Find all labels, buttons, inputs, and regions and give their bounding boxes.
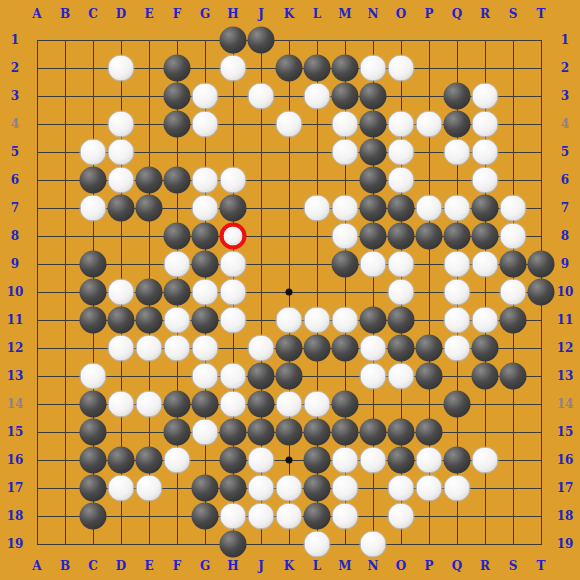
top-column-label: E bbox=[144, 8, 153, 20]
white-stone bbox=[416, 475, 443, 502]
white-stone bbox=[444, 251, 471, 278]
white-stone bbox=[220, 363, 247, 390]
white-stone bbox=[388, 475, 415, 502]
white-stone bbox=[332, 139, 359, 166]
white-stone bbox=[444, 335, 471, 362]
white-stone bbox=[332, 223, 359, 250]
white-stone bbox=[388, 363, 415, 390]
black-stone bbox=[248, 363, 275, 390]
bottom-column-label: G bbox=[200, 560, 210, 572]
black-stone bbox=[220, 419, 247, 446]
white-stone bbox=[388, 111, 415, 138]
white-stone bbox=[332, 195, 359, 222]
black-stone bbox=[108, 447, 135, 474]
top-column-label: Q bbox=[452, 8, 462, 20]
black-stone bbox=[192, 391, 219, 418]
top-column-label: R bbox=[480, 8, 490, 20]
black-stone bbox=[248, 391, 275, 418]
white-stone bbox=[304, 391, 331, 418]
white-stone bbox=[360, 363, 387, 390]
black-stone bbox=[388, 419, 415, 446]
white-stone bbox=[276, 391, 303, 418]
white-stone bbox=[416, 447, 443, 474]
right-row-label: 3 bbox=[561, 90, 569, 102]
bottom-column-label: P bbox=[424, 560, 433, 572]
white-stone bbox=[472, 167, 499, 194]
black-stone bbox=[472, 335, 499, 362]
white-stone bbox=[472, 83, 499, 110]
left-row-label: 17 bbox=[7, 482, 24, 494]
white-stone bbox=[472, 307, 499, 334]
white-stone bbox=[192, 419, 219, 446]
top-column-label: C bbox=[88, 8, 98, 20]
white-stone bbox=[80, 139, 107, 166]
white-stone bbox=[304, 83, 331, 110]
white-stone bbox=[388, 55, 415, 82]
black-stone bbox=[388, 335, 415, 362]
top-column-label: K bbox=[284, 8, 294, 20]
top-column-label: F bbox=[173, 8, 182, 20]
white-stone bbox=[360, 55, 387, 82]
left-row-label: 14 bbox=[7, 398, 24, 410]
star-point bbox=[286, 289, 293, 296]
top-column-label: H bbox=[227, 8, 238, 20]
left-row-label: 9 bbox=[11, 258, 19, 270]
white-stone bbox=[108, 475, 135, 502]
black-stone bbox=[416, 335, 443, 362]
black-stone bbox=[304, 335, 331, 362]
white-stone bbox=[80, 195, 107, 222]
top-column-label: T bbox=[537, 8, 546, 20]
black-stone bbox=[444, 111, 471, 138]
white-stone bbox=[192, 111, 219, 138]
black-stone bbox=[220, 475, 247, 502]
white-stone bbox=[248, 83, 275, 110]
black-stone bbox=[444, 83, 471, 110]
black-stone bbox=[500, 363, 527, 390]
black-stone bbox=[164, 391, 191, 418]
black-stone bbox=[136, 167, 163, 194]
bottom-column-label: Q bbox=[452, 560, 462, 572]
black-stone bbox=[80, 251, 107, 278]
left-row-label: 4 bbox=[11, 118, 19, 130]
white-stone bbox=[332, 307, 359, 334]
top-column-label: L bbox=[313, 8, 321, 20]
black-stone bbox=[360, 419, 387, 446]
white-stone bbox=[248, 447, 275, 474]
black-stone bbox=[192, 503, 219, 530]
left-row-label: 8 bbox=[11, 230, 19, 242]
white-stone bbox=[192, 83, 219, 110]
white-stone bbox=[108, 391, 135, 418]
white-stone bbox=[192, 195, 219, 222]
top-column-label: O bbox=[396, 8, 406, 20]
black-stone bbox=[192, 307, 219, 334]
right-row-label: 10 bbox=[557, 286, 574, 298]
white-stone bbox=[108, 279, 135, 306]
white-stone bbox=[164, 251, 191, 278]
white-stone bbox=[304, 195, 331, 222]
black-stone bbox=[472, 195, 499, 222]
black-stone bbox=[472, 363, 499, 390]
white-stone bbox=[332, 475, 359, 502]
right-row-label: 4 bbox=[561, 118, 569, 130]
white-stone bbox=[220, 167, 247, 194]
black-stone bbox=[80, 391, 107, 418]
black-stone bbox=[164, 167, 191, 194]
white-stone bbox=[192, 363, 219, 390]
black-stone bbox=[388, 195, 415, 222]
black-stone bbox=[192, 251, 219, 278]
bottom-column-label: K bbox=[284, 560, 294, 572]
left-row-label: 10 bbox=[7, 286, 24, 298]
top-column-label: B bbox=[60, 8, 70, 20]
black-stone bbox=[136, 307, 163, 334]
right-row-label: 6 bbox=[561, 174, 569, 186]
black-stone bbox=[528, 251, 555, 278]
bottom-column-label: B bbox=[60, 560, 70, 572]
white-stone bbox=[444, 307, 471, 334]
white-stone bbox=[472, 111, 499, 138]
black-stone bbox=[304, 475, 331, 502]
white-stone bbox=[444, 139, 471, 166]
top-column-label: M bbox=[338, 8, 351, 20]
black-stone bbox=[332, 335, 359, 362]
white-stone bbox=[304, 531, 331, 558]
white-stone bbox=[164, 447, 191, 474]
white-stone bbox=[332, 111, 359, 138]
left-row-label: 15 bbox=[7, 426, 24, 438]
black-stone bbox=[80, 167, 107, 194]
right-row-label: 9 bbox=[561, 258, 569, 270]
black-stone bbox=[360, 111, 387, 138]
white-stone bbox=[248, 475, 275, 502]
black-stone bbox=[220, 27, 247, 54]
black-stone bbox=[80, 419, 107, 446]
white-stone bbox=[192, 335, 219, 362]
black-stone bbox=[136, 447, 163, 474]
white-stone bbox=[192, 167, 219, 194]
white-stone bbox=[164, 307, 191, 334]
left-row-label: 11 bbox=[7, 314, 24, 326]
white-stone bbox=[248, 503, 275, 530]
right-row-label: 13 bbox=[557, 370, 574, 382]
black-stone bbox=[444, 391, 471, 418]
white-stone bbox=[332, 447, 359, 474]
last-move-marker bbox=[220, 223, 247, 250]
left-row-label: 5 bbox=[11, 146, 19, 158]
white-stone bbox=[220, 55, 247, 82]
white-stone bbox=[388, 251, 415, 278]
black-stone bbox=[276, 419, 303, 446]
black-stone bbox=[80, 307, 107, 334]
left-row-label: 3 bbox=[11, 90, 19, 102]
black-stone bbox=[80, 475, 107, 502]
right-row-label: 14 bbox=[557, 398, 574, 410]
black-stone bbox=[360, 83, 387, 110]
black-stone bbox=[388, 223, 415, 250]
black-stone bbox=[360, 139, 387, 166]
right-row-label: 16 bbox=[557, 454, 574, 466]
white-stone bbox=[416, 195, 443, 222]
white-stone bbox=[472, 447, 499, 474]
top-column-label: G bbox=[200, 8, 210, 20]
white-stone bbox=[220, 279, 247, 306]
white-stone bbox=[220, 503, 247, 530]
black-stone bbox=[164, 223, 191, 250]
black-stone bbox=[304, 55, 331, 82]
top-column-label: J bbox=[258, 8, 264, 20]
white-stone bbox=[136, 335, 163, 362]
white-stone bbox=[220, 391, 247, 418]
white-stone bbox=[444, 195, 471, 222]
black-stone bbox=[108, 307, 135, 334]
black-stone bbox=[332, 419, 359, 446]
bottom-column-label: T bbox=[537, 560, 546, 572]
right-row-label: 2 bbox=[561, 62, 569, 74]
white-stone bbox=[304, 307, 331, 334]
left-row-label: 18 bbox=[7, 510, 24, 522]
bottom-column-label: J bbox=[258, 560, 264, 572]
bottom-column-label: M bbox=[338, 560, 351, 572]
black-stone bbox=[360, 223, 387, 250]
left-row-label: 19 bbox=[7, 538, 24, 550]
bottom-column-label: C bbox=[88, 560, 98, 572]
left-row-label: 13 bbox=[7, 370, 24, 382]
white-stone bbox=[276, 503, 303, 530]
right-row-label: 7 bbox=[561, 202, 569, 214]
right-row-label: 15 bbox=[557, 426, 574, 438]
white-stone bbox=[136, 391, 163, 418]
black-stone bbox=[528, 279, 555, 306]
black-stone bbox=[416, 419, 443, 446]
white-stone bbox=[388, 167, 415, 194]
right-row-label: 1 bbox=[561, 34, 569, 46]
go-board[interactable]: AABBCCDDEEFFGGHHJJKKLLMMNNOOPPQQRRSSTT11… bbox=[0, 0, 580, 580]
black-stone bbox=[276, 55, 303, 82]
bottom-column-label: R bbox=[480, 560, 490, 572]
white-stone bbox=[276, 475, 303, 502]
star-point bbox=[286, 457, 293, 464]
white-stone bbox=[472, 139, 499, 166]
black-stone bbox=[304, 447, 331, 474]
black-stone bbox=[276, 335, 303, 362]
bottom-column-label: H bbox=[227, 560, 238, 572]
white-stone bbox=[220, 251, 247, 278]
white-stone bbox=[360, 251, 387, 278]
white-stone bbox=[472, 251, 499, 278]
black-stone bbox=[500, 251, 527, 278]
top-column-label: A bbox=[32, 8, 41, 20]
black-stone bbox=[220, 195, 247, 222]
black-stone bbox=[164, 55, 191, 82]
bottom-column-label: A bbox=[32, 560, 41, 572]
white-stone bbox=[332, 503, 359, 530]
black-stone bbox=[500, 307, 527, 334]
black-stone bbox=[164, 419, 191, 446]
right-row-label: 11 bbox=[557, 314, 574, 326]
bottom-column-label: N bbox=[368, 560, 379, 572]
black-stone bbox=[276, 363, 303, 390]
white-stone bbox=[388, 279, 415, 306]
black-stone bbox=[164, 83, 191, 110]
black-stone bbox=[248, 419, 275, 446]
right-row-label: 17 bbox=[557, 482, 574, 494]
left-row-label: 1 bbox=[11, 34, 19, 46]
black-stone bbox=[360, 167, 387, 194]
black-stone bbox=[192, 475, 219, 502]
white-stone bbox=[192, 279, 219, 306]
bottom-column-label: S bbox=[509, 560, 518, 572]
white-stone bbox=[444, 475, 471, 502]
bottom-column-label: E bbox=[144, 560, 153, 572]
black-stone bbox=[136, 195, 163, 222]
white-stone bbox=[416, 111, 443, 138]
white-stone bbox=[108, 111, 135, 138]
white-stone bbox=[220, 307, 247, 334]
right-row-label: 12 bbox=[557, 342, 574, 354]
white-stone bbox=[108, 55, 135, 82]
top-column-label: P bbox=[424, 8, 433, 20]
black-stone bbox=[80, 279, 107, 306]
bottom-column-label: D bbox=[116, 560, 126, 572]
black-stone bbox=[304, 503, 331, 530]
black-stone bbox=[360, 307, 387, 334]
white-stone bbox=[360, 447, 387, 474]
right-row-label: 18 bbox=[557, 510, 574, 522]
white-stone bbox=[108, 139, 135, 166]
white-stone bbox=[360, 335, 387, 362]
left-row-label: 16 bbox=[7, 454, 24, 466]
black-stone bbox=[80, 447, 107, 474]
bottom-column-label: O bbox=[396, 560, 406, 572]
black-stone bbox=[332, 251, 359, 278]
black-stone bbox=[164, 111, 191, 138]
white-stone bbox=[276, 307, 303, 334]
black-stone bbox=[332, 391, 359, 418]
white-stone bbox=[360, 531, 387, 558]
black-stone bbox=[220, 531, 247, 558]
black-stone bbox=[108, 195, 135, 222]
black-stone bbox=[192, 223, 219, 250]
black-stone bbox=[80, 503, 107, 530]
left-row-label: 6 bbox=[11, 174, 19, 186]
white-stone bbox=[276, 111, 303, 138]
left-row-label: 12 bbox=[7, 342, 24, 354]
black-stone bbox=[388, 307, 415, 334]
white-stone bbox=[164, 335, 191, 362]
black-stone bbox=[472, 223, 499, 250]
black-stone bbox=[332, 83, 359, 110]
white-stone bbox=[108, 167, 135, 194]
white-stone bbox=[444, 279, 471, 306]
white-stone bbox=[248, 335, 275, 362]
black-stone bbox=[248, 27, 275, 54]
black-stone bbox=[416, 223, 443, 250]
left-row-label: 7 bbox=[11, 202, 19, 214]
left-row-label: 2 bbox=[11, 62, 19, 74]
right-row-label: 8 bbox=[561, 230, 569, 242]
black-stone bbox=[220, 447, 247, 474]
black-stone bbox=[444, 447, 471, 474]
top-column-label: N bbox=[368, 8, 379, 20]
black-stone bbox=[360, 195, 387, 222]
black-stone bbox=[304, 419, 331, 446]
top-column-label: S bbox=[509, 8, 518, 20]
black-stone bbox=[388, 447, 415, 474]
bottom-column-label: F bbox=[173, 560, 182, 572]
white-stone bbox=[500, 195, 527, 222]
white-stone bbox=[388, 139, 415, 166]
black-stone bbox=[332, 55, 359, 82]
black-stone bbox=[444, 223, 471, 250]
right-row-label: 19 bbox=[557, 538, 574, 550]
black-stone bbox=[136, 279, 163, 306]
bottom-column-label: L bbox=[313, 560, 321, 572]
top-column-label: D bbox=[116, 8, 126, 20]
white-stone bbox=[108, 335, 135, 362]
black-stone bbox=[416, 363, 443, 390]
white-stone bbox=[136, 475, 163, 502]
white-stone bbox=[500, 223, 527, 250]
white-stone bbox=[388, 503, 415, 530]
black-stone bbox=[164, 279, 191, 306]
white-stone bbox=[500, 279, 527, 306]
right-row-label: 5 bbox=[561, 146, 569, 158]
white-stone bbox=[80, 363, 107, 390]
